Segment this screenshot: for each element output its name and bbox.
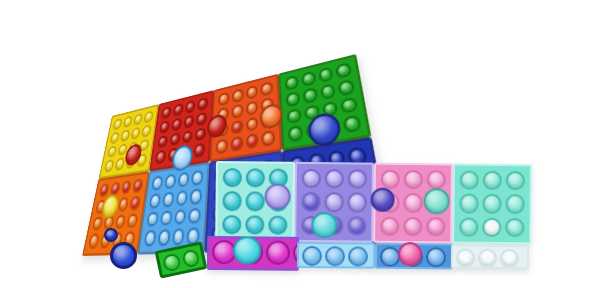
popit-bubble	[169, 132, 180, 146]
popit-bubble	[286, 91, 300, 107]
popit-bubble	[335, 62, 352, 79]
popit-bubble	[129, 195, 141, 210]
popit-bubble	[426, 217, 445, 237]
popit-bubble	[218, 92, 229, 107]
popit-bubble	[231, 103, 243, 118]
popit-bubble	[301, 71, 316, 87]
popit-bubble	[151, 175, 163, 190]
popit-bubble	[288, 125, 303, 142]
popit-bubble	[302, 87, 317, 104]
popit-bubble	[149, 193, 161, 209]
popit-bubble	[141, 124, 152, 137]
popit-bubble	[231, 119, 243, 135]
popit-bubble	[183, 114, 194, 128]
popit-bubble	[164, 174, 176, 190]
popit-bubble	[162, 191, 175, 207]
popit-bubble	[175, 189, 188, 205]
popit-bubble	[146, 211, 159, 227]
popit-bubble	[246, 100, 258, 116]
tab-bubble-cyan-tab-into-lavender	[311, 212, 337, 238]
popit-bubble	[185, 100, 196, 114]
loose-royalblue-bubbles	[98, 226, 148, 272]
tab-bubble-purple-tab-into-pink	[370, 188, 394, 212]
popit-bubble	[266, 241, 290, 265]
popit-bubble	[505, 218, 524, 238]
tab-bubble-pink-tab-into-blue-strip	[398, 242, 422, 266]
popit-bubble	[222, 191, 241, 211]
puzzle-piece-mint	[452, 163, 532, 244]
popit-bubble	[110, 242, 137, 269]
popit-bubble	[171, 228, 184, 245]
popit-bubble	[459, 194, 478, 214]
popit-bubble	[426, 247, 446, 267]
popit-bubble	[232, 88, 244, 103]
popit-bubble	[347, 216, 366, 236]
popit-bubble	[190, 188, 203, 205]
popit-bubble	[325, 169, 344, 189]
popit-bubble	[340, 96, 358, 114]
popit-bubble	[222, 215, 241, 235]
popit-bubble	[120, 129, 131, 142]
popit-bubble	[456, 249, 475, 268]
popit-bubble	[120, 180, 132, 195]
popit-bubble	[160, 210, 173, 226]
popit-bubble	[500, 249, 519, 268]
popit-bubble	[188, 207, 201, 224]
popit-bubble	[107, 145, 118, 158]
popit-bubble	[181, 248, 201, 268]
popit-bubble	[196, 111, 208, 126]
popit-bubble	[177, 172, 189, 188]
popit-bubble	[381, 170, 400, 190]
puzzle-piece-strip-white	[451, 244, 529, 269]
popit-bubble	[130, 126, 141, 139]
popit-bubble	[215, 139, 227, 155]
popit-bubble	[302, 246, 322, 266]
popit-bubble	[245, 192, 264, 212]
popit-bubble	[380, 247, 400, 267]
popit-bubble	[302, 169, 321, 189]
popit-bubble	[261, 81, 274, 96]
popit-bubble	[320, 83, 337, 100]
front-popit-board	[215, 161, 532, 276]
tab-bubble-lavender-tab-into-aqua	[264, 184, 290, 210]
popit-bubble	[230, 136, 243, 152]
popit-bubble	[173, 208, 186, 225]
popit-bubble	[324, 192, 343, 212]
popit-bubble	[112, 118, 122, 131]
popit-bubble	[132, 178, 144, 193]
popit-bubble	[173, 103, 184, 117]
popit-bubble	[483, 171, 502, 191]
popit-bubble	[245, 215, 264, 235]
popit-bubble	[482, 217, 501, 237]
popit-bubble	[114, 157, 125, 171]
popit-bubble	[460, 171, 479, 191]
popit-bubble	[193, 143, 205, 158]
popit-bubble	[246, 85, 258, 100]
popit-bubble	[157, 229, 170, 246]
puzzle-piece-strip-skyblue-pale	[297, 242, 375, 269]
popit-bubble	[348, 246, 368, 266]
popit-bubble	[380, 216, 399, 236]
popit-bubble	[109, 182, 120, 196]
popit-bubble	[197, 97, 208, 111]
popit-bubble	[318, 66, 334, 83]
popit-bubble	[287, 107, 302, 124]
popit-bubble	[261, 130, 275, 147]
popit-bubble	[427, 170, 446, 190]
popit-bubble	[122, 115, 132, 128]
popit-bubble	[117, 196, 129, 211]
photo-two-popit-puzzle-boards: pop-it jigsaw-puzzle fidget toys (photo …	[0, 0, 600, 288]
popit-bubble	[104, 228, 118, 242]
popit-bubble	[133, 113, 143, 126]
popit-bubble	[155, 150, 167, 165]
popit-bubble	[110, 131, 120, 144]
popit-bubble	[285, 75, 299, 91]
popit-bubble	[195, 127, 207, 142]
popit-bubble	[325, 246, 345, 266]
popit-bubble	[338, 78, 356, 95]
puzzle-piece-skyblue	[137, 162, 209, 255]
popit-bubble	[161, 106, 172, 119]
popit-bubble	[482, 194, 501, 214]
popit-bubble	[478, 249, 497, 268]
popit-bubble	[403, 193, 422, 213]
tab-bubble-mint-tab-into-pink	[423, 188, 449, 214]
popit-bubble	[505, 194, 524, 214]
popit-bubble	[403, 217, 422, 237]
popit-bubble	[348, 169, 367, 189]
popit-bubble	[223, 168, 242, 188]
popit-bubble	[246, 168, 265, 188]
popit-bubble	[99, 183, 110, 197]
popit-bubble	[347, 193, 366, 213]
popit-bubble	[506, 171, 525, 191]
popit-bubble	[182, 129, 194, 144]
popit-bubble	[268, 215, 287, 235]
popit-bubble	[159, 120, 170, 134]
popit-bubble	[171, 117, 182, 131]
popit-bubble	[246, 133, 259, 150]
popit-bubble	[191, 170, 204, 186]
popit-bubble	[246, 116, 259, 132]
popit-bubble	[301, 192, 320, 212]
popit-bubble	[459, 217, 478, 237]
popit-bubble	[343, 115, 362, 134]
popit-bubble	[157, 134, 168, 148]
popit-bubble	[162, 252, 182, 272]
popit-bubble	[143, 110, 154, 123]
tab-bubble-cyan-tab-into-magenta	[233, 236, 261, 264]
popit-bubble	[404, 170, 423, 190]
popit-bubble	[104, 159, 115, 172]
